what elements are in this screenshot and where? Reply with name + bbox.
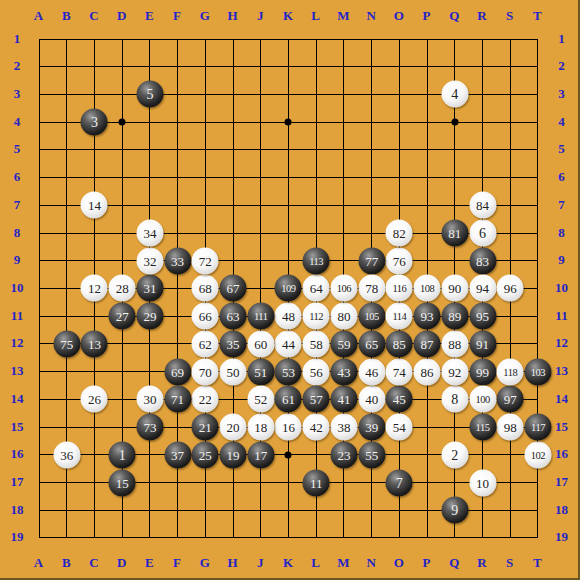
go-stone-black-53[interactable]: 53 xyxy=(275,358,302,385)
go-stone-white-86[interactable]: 86 xyxy=(414,358,441,385)
row-label-right: 5 xyxy=(558,141,565,157)
go-stone-black-11[interactable]: 11 xyxy=(303,469,330,496)
go-stone-white-54[interactable]: 54 xyxy=(386,414,413,441)
column-label-bottom: S xyxy=(506,555,513,571)
row-label-left: 2 xyxy=(14,58,21,74)
go-stone-black-33[interactable]: 33 xyxy=(164,247,191,274)
column-label-top: P xyxy=(423,8,431,24)
go-stone-white-26[interactable]: 26 xyxy=(81,386,108,413)
go-stone-white-36[interactable]: 36 xyxy=(53,441,80,468)
go-stone-white-20[interactable]: 20 xyxy=(220,414,247,441)
row-label-left: 11 xyxy=(11,308,23,324)
go-stone-black-13[interactable]: 13 xyxy=(81,330,108,357)
go-stone-white-84[interactable]: 84 xyxy=(469,192,496,219)
go-stone-black-1[interactable]: 1 xyxy=(109,441,136,468)
column-label-bottom: M xyxy=(337,555,349,571)
column-label-top: H xyxy=(227,8,237,24)
go-stone-white-60[interactable]: 60 xyxy=(247,330,274,357)
go-stone-white-112[interactable]: 112 xyxy=(303,303,330,330)
go-stone-black-85[interactable]: 85 xyxy=(386,330,413,357)
go-stone-black-95[interactable]: 95 xyxy=(469,303,496,330)
go-stone-white-32[interactable]: 32 xyxy=(136,247,163,274)
row-label-right: 3 xyxy=(558,86,565,102)
column-label-top: C xyxy=(89,8,98,24)
row-label-right: 9 xyxy=(558,252,565,268)
go-stone-white-108[interactable]: 108 xyxy=(414,275,441,302)
go-stone-white-28[interactable]: 28 xyxy=(109,275,136,302)
row-label-left: 1 xyxy=(14,31,21,47)
go-stone-black-27[interactable]: 27 xyxy=(109,303,136,330)
row-label-left: 9 xyxy=(14,252,21,268)
go-stone-white-100[interactable]: 100 xyxy=(469,386,496,413)
go-stone-black-97[interactable]: 97 xyxy=(497,386,524,413)
grid-line-horizontal xyxy=(39,537,539,538)
row-label-right: 2 xyxy=(558,58,565,74)
row-label-right: 18 xyxy=(555,502,568,518)
go-stone-black-65[interactable]: 65 xyxy=(358,330,385,357)
go-stone-white-40[interactable]: 40 xyxy=(358,386,385,413)
go-stone-white-114[interactable]: 114 xyxy=(386,303,413,330)
go-stone-black-59[interactable]: 59 xyxy=(330,330,357,357)
column-label-bottom: J xyxy=(257,555,264,571)
go-stone-white-78[interactable]: 78 xyxy=(358,275,385,302)
go-stone-black-41[interactable]: 41 xyxy=(330,386,357,413)
go-stone-white-44[interactable]: 44 xyxy=(275,330,302,357)
row-label-right: 13 xyxy=(555,363,568,379)
go-stone-black-67[interactable]: 67 xyxy=(220,275,247,302)
row-label-right: 11 xyxy=(555,308,567,324)
go-stone-black-77[interactable]: 77 xyxy=(358,247,385,274)
go-stone-black-19[interactable]: 19 xyxy=(220,441,247,468)
column-label-bottom: L xyxy=(311,555,320,571)
go-stone-white-118[interactable]: 118 xyxy=(497,358,524,385)
go-stone-white-116[interactable]: 116 xyxy=(386,275,413,302)
go-stone-black-37[interactable]: 37 xyxy=(164,441,191,468)
go-stone-black-113[interactable]: 113 xyxy=(303,247,330,274)
go-stone-black-71[interactable]: 71 xyxy=(164,386,191,413)
go-stone-white-56[interactable]: 56 xyxy=(303,358,330,385)
go-stone-black-109[interactable]: 109 xyxy=(275,275,302,302)
go-stone-white-18[interactable]: 18 xyxy=(247,414,274,441)
go-stone-black-73[interactable]: 73 xyxy=(136,414,163,441)
go-stone-white-38[interactable]: 38 xyxy=(330,414,357,441)
row-label-left: 5 xyxy=(14,141,21,157)
row-label-left: 4 xyxy=(14,114,21,130)
go-stone-white-94[interactable]: 94 xyxy=(469,275,496,302)
go-stone-white-14[interactable]: 14 xyxy=(81,192,108,219)
column-label-bottom: H xyxy=(227,555,237,571)
row-label-left: 7 xyxy=(14,197,21,213)
column-label-bottom: E xyxy=(145,555,154,571)
go-stone-black-3[interactable]: 3 xyxy=(81,109,108,136)
go-stone-white-2[interactable]: 2 xyxy=(441,441,468,468)
star-point xyxy=(119,119,126,126)
go-stone-white-74[interactable]: 74 xyxy=(386,358,413,385)
go-stone-black-81[interactable]: 81 xyxy=(441,220,468,247)
go-stone-black-39[interactable]: 39 xyxy=(358,414,385,441)
go-stone-black-51[interactable]: 51 xyxy=(247,358,274,385)
go-stone-black-75[interactable]: 75 xyxy=(53,330,80,357)
go-stone-black-111[interactable]: 111 xyxy=(247,303,274,330)
row-label-right: 12 xyxy=(555,335,568,351)
go-stone-black-9[interactable]: 9 xyxy=(441,497,468,524)
go-stone-white-62[interactable]: 62 xyxy=(192,330,219,357)
go-stone-white-72[interactable]: 72 xyxy=(192,247,219,274)
column-label-bottom: C xyxy=(89,555,98,571)
go-stone-white-48[interactable]: 48 xyxy=(275,303,302,330)
row-label-right: 7 xyxy=(558,197,565,213)
column-label-top: K xyxy=(283,8,293,24)
row-label-left: 17 xyxy=(11,474,24,490)
row-label-left: 12 xyxy=(11,335,24,351)
column-label-bottom: F xyxy=(173,555,181,571)
go-stone-white-96[interactable]: 96 xyxy=(497,275,524,302)
go-stone-white-68[interactable]: 68 xyxy=(192,275,219,302)
go-stone-black-61[interactable]: 61 xyxy=(275,386,302,413)
go-stone-white-90[interactable]: 90 xyxy=(441,275,468,302)
go-stone-white-58[interactable]: 58 xyxy=(303,330,330,357)
column-label-top: T xyxy=(533,8,542,24)
row-label-right: 8 xyxy=(558,225,565,241)
go-stone-white-42[interactable]: 42 xyxy=(303,414,330,441)
go-stone-black-57[interactable]: 57 xyxy=(303,386,330,413)
row-label-left: 10 xyxy=(11,280,24,296)
column-label-bottom: R xyxy=(477,555,486,571)
row-label-right: 16 xyxy=(555,446,568,462)
go-stone-white-106[interactable]: 106 xyxy=(330,275,357,302)
column-label-bottom: D xyxy=(117,555,126,571)
row-label-left: 19 xyxy=(11,529,24,545)
go-stone-black-89[interactable]: 89 xyxy=(441,303,468,330)
column-label-top: E xyxy=(145,8,154,24)
column-label-top: D xyxy=(117,8,126,24)
go-stone-white-64[interactable]: 64 xyxy=(303,275,330,302)
go-stone-white-98[interactable]: 98 xyxy=(497,414,524,441)
column-label-bottom: K xyxy=(283,555,293,571)
star-point xyxy=(285,451,292,458)
go-stone-black-23[interactable]: 23 xyxy=(330,441,357,468)
column-label-bottom: T xyxy=(533,555,542,571)
go-stone-black-103[interactable]: 103 xyxy=(524,358,551,385)
row-label-left: 13 xyxy=(11,363,24,379)
row-label-left: 18 xyxy=(11,502,24,518)
column-label-top: S xyxy=(506,8,513,24)
row-label-left: 16 xyxy=(11,446,24,462)
row-label-right: 15 xyxy=(555,419,568,435)
go-stone-white-88[interactable]: 88 xyxy=(441,330,468,357)
go-stone-white-16[interactable]: 16 xyxy=(275,414,302,441)
go-stone-black-7[interactable]: 7 xyxy=(386,469,413,496)
column-label-bottom: N xyxy=(366,555,375,571)
go-stone-white-8[interactable]: 8 xyxy=(441,386,468,413)
column-label-top: Q xyxy=(449,8,459,24)
go-stone-black-87[interactable]: 87 xyxy=(414,330,441,357)
go-stone-black-63[interactable]: 63 xyxy=(220,303,247,330)
row-label-right: 4 xyxy=(558,114,565,130)
go-stone-black-93[interactable]: 93 xyxy=(414,303,441,330)
column-label-top: R xyxy=(477,8,486,24)
go-stone-black-15[interactable]: 15 xyxy=(109,469,136,496)
column-label-bottom: O xyxy=(394,555,404,571)
row-label-left: 8 xyxy=(14,225,21,241)
row-label-right: 17 xyxy=(555,474,568,490)
go-stone-white-4[interactable]: 4 xyxy=(441,81,468,108)
go-stone-black-117[interactable]: 117 xyxy=(524,414,551,441)
column-label-top: J xyxy=(257,8,264,24)
column-label-top: M xyxy=(337,8,349,24)
row-label-right: 10 xyxy=(555,280,568,296)
row-label-right: 19 xyxy=(555,529,568,545)
go-board[interactable]: AABBCCDDEEFFGGHHJJKKLLMMNNOOPPQQRRSSTT11… xyxy=(0,0,580,580)
go-stone-white-102[interactable]: 102 xyxy=(524,441,551,468)
go-stone-black-105[interactable]: 105 xyxy=(358,303,385,330)
row-label-left: 6 xyxy=(14,169,21,185)
go-stone-black-21[interactable]: 21 xyxy=(192,414,219,441)
go-stone-white-6[interactable]: 6 xyxy=(469,220,496,247)
column-label-bottom: Q xyxy=(449,555,459,571)
go-stone-black-31[interactable]: 31 xyxy=(136,275,163,302)
column-label-bottom: P xyxy=(423,555,431,571)
go-stone-black-45[interactable]: 45 xyxy=(386,386,413,413)
column-label-bottom: B xyxy=(62,555,71,571)
go-stone-white-92[interactable]: 92 xyxy=(441,358,468,385)
go-stone-black-91[interactable]: 91 xyxy=(469,330,496,357)
go-stone-white-22[interactable]: 22 xyxy=(192,386,219,413)
go-stone-white-66[interactable]: 66 xyxy=(192,303,219,330)
star-point xyxy=(451,119,458,126)
go-stone-black-99[interactable]: 99 xyxy=(469,358,496,385)
row-label-left: 15 xyxy=(11,419,24,435)
go-stone-white-10[interactable]: 10 xyxy=(469,469,496,496)
go-stone-white-46[interactable]: 46 xyxy=(358,358,385,385)
star-point xyxy=(285,119,292,126)
column-label-top: A xyxy=(34,8,43,24)
column-label-bottom: G xyxy=(200,555,210,571)
go-stone-white-50[interactable]: 50 xyxy=(220,358,247,385)
column-label-top: B xyxy=(62,8,71,24)
go-stone-white-30[interactable]: 30 xyxy=(136,386,163,413)
go-stone-white-52[interactable]: 52 xyxy=(247,386,274,413)
go-stone-white-12[interactable]: 12 xyxy=(81,275,108,302)
go-stone-white-70[interactable]: 70 xyxy=(192,358,219,385)
go-stone-black-17[interactable]: 17 xyxy=(247,441,274,468)
go-stone-white-82[interactable]: 82 xyxy=(386,220,413,247)
row-label-left: 3 xyxy=(14,86,21,102)
go-stone-black-25[interactable]: 25 xyxy=(192,441,219,468)
row-label-right: 14 xyxy=(555,391,568,407)
go-stone-black-35[interactable]: 35 xyxy=(220,330,247,357)
column-label-top: N xyxy=(366,8,375,24)
column-label-top: L xyxy=(311,8,320,24)
go-stone-black-83[interactable]: 83 xyxy=(469,247,496,274)
go-stone-black-55[interactable]: 55 xyxy=(358,441,385,468)
go-stone-black-29[interactable]: 29 xyxy=(136,303,163,330)
row-label-right: 6 xyxy=(558,169,565,185)
row-label-left: 14 xyxy=(11,391,24,407)
go-stone-black-69[interactable]: 69 xyxy=(164,358,191,385)
go-stone-white-76[interactable]: 76 xyxy=(386,247,413,274)
go-stone-white-80[interactable]: 80 xyxy=(330,303,357,330)
column-label-top: G xyxy=(200,8,210,24)
go-stone-black-43[interactable]: 43 xyxy=(330,358,357,385)
column-label-top: O xyxy=(394,8,404,24)
go-stone-black-115[interactable]: 115 xyxy=(469,414,496,441)
column-label-top: F xyxy=(173,8,181,24)
go-stone-white-34[interactable]: 34 xyxy=(136,220,163,247)
column-label-bottom: A xyxy=(34,555,43,571)
go-stone-black-5[interactable]: 5 xyxy=(136,81,163,108)
row-label-right: 1 xyxy=(558,31,565,47)
